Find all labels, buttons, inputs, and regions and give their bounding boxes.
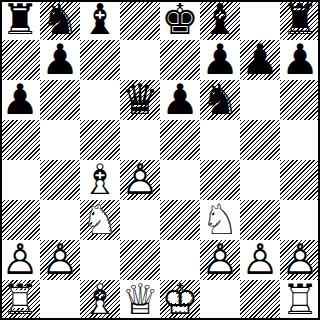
square-c7[interactable] [80, 40, 120, 80]
square-c5[interactable] [80, 120, 120, 160]
white-piece-outline: ♙ [40, 240, 80, 280]
square-c4[interactable]: ♝♗ [80, 160, 120, 200]
square-g5[interactable] [240, 120, 280, 160]
square-g2[interactable]: ♟♙ [240, 240, 280, 280]
white-rook-piece: ♜♖ [0, 280, 40, 320]
white-pawn-piece: ♟♙ [0, 240, 40, 280]
black-knight-piece: ♞ [200, 80, 240, 120]
square-g4[interactable] [240, 160, 280, 200]
square-a7[interactable] [0, 40, 40, 80]
square-g8[interactable] [240, 0, 280, 40]
square-f2[interactable]: ♟♙ [200, 240, 240, 280]
black-rook-piece: ♜ [280, 0, 320, 40]
square-h5[interactable] [280, 120, 320, 160]
square-e6[interactable]: ♟ [160, 80, 200, 120]
black-pawn-piece: ♟ [200, 40, 240, 80]
black-rook-piece: ♜ [0, 0, 40, 40]
white-piece-outline: ♘ [80, 200, 120, 240]
board-grid: ♜♞♝♚♝♜♟♟♟♟♟♛♟♞♝♗♟♙♞♘♞♘♟♙♟♙♟♙♟♙♟♙♜♖♝♗♛♕♚♔… [0, 0, 320, 320]
white-king-piece: ♚♔ [160, 280, 200, 320]
square-e3[interactable] [160, 200, 200, 240]
square-e1[interactable]: ♚♔ [160, 280, 200, 320]
square-f7[interactable]: ♟ [200, 40, 240, 80]
square-a5[interactable] [0, 120, 40, 160]
square-e2[interactable] [160, 240, 200, 280]
white-piece-outline: ♘ [200, 200, 240, 240]
black-bishop-piece: ♝ [200, 0, 240, 40]
square-g6[interactable] [240, 80, 280, 120]
black-pawn-piece: ♟ [40, 40, 80, 80]
square-h7[interactable]: ♟ [280, 40, 320, 80]
square-h8[interactable]: ♜ [280, 0, 320, 40]
square-d4[interactable]: ♟♙ [120, 160, 160, 200]
square-b7[interactable]: ♟ [40, 40, 80, 80]
square-f6[interactable]: ♞ [200, 80, 240, 120]
square-b1[interactable] [40, 280, 80, 320]
white-rook-piece: ♜♖ [280, 280, 320, 320]
white-pawn-piece: ♟♙ [40, 240, 80, 280]
square-d1[interactable]: ♛♕ [120, 280, 160, 320]
white-pawn-piece: ♟♙ [120, 160, 160, 200]
white-piece-outline: ♔ [160, 280, 200, 320]
white-pawn-piece: ♟♙ [240, 240, 280, 280]
white-pawn-piece: ♟♙ [280, 240, 320, 280]
square-c8[interactable]: ♝ [80, 0, 120, 40]
black-pawn-piece: ♟ [160, 80, 200, 120]
square-b8[interactable]: ♞ [40, 0, 80, 40]
square-h4[interactable] [280, 160, 320, 200]
square-g1[interactable] [240, 280, 280, 320]
square-f8[interactable]: ♝ [200, 0, 240, 40]
square-e7[interactable] [160, 40, 200, 80]
square-b5[interactable] [40, 120, 80, 160]
square-a2[interactable]: ♟♙ [0, 240, 40, 280]
square-d2[interactable] [120, 240, 160, 280]
square-e5[interactable] [160, 120, 200, 160]
white-piece-outline: ♙ [240, 240, 280, 280]
square-c6[interactable] [80, 80, 120, 120]
square-d8[interactable] [120, 0, 160, 40]
white-piece-outline: ♗ [80, 280, 120, 320]
square-a6[interactable]: ♟ [0, 80, 40, 120]
white-piece-outline: ♙ [280, 240, 320, 280]
white-bishop-piece: ♝♗ [80, 280, 120, 320]
white-knight-piece: ♞♘ [80, 200, 120, 240]
black-pawn-piece: ♟ [240, 40, 280, 80]
white-piece-outline: ♙ [200, 240, 240, 280]
square-b3[interactable] [40, 200, 80, 240]
square-f4[interactable] [200, 160, 240, 200]
white-piece-outline: ♕ [120, 280, 160, 320]
square-f1[interactable] [200, 280, 240, 320]
square-f5[interactable] [200, 120, 240, 160]
square-h3[interactable] [280, 200, 320, 240]
white-piece-outline: ♖ [0, 280, 40, 320]
square-c3[interactable]: ♞♘ [80, 200, 120, 240]
white-knight-piece: ♞♘ [200, 200, 240, 240]
square-h1[interactable]: ♜♖ [280, 280, 320, 320]
square-f3[interactable]: ♞♘ [200, 200, 240, 240]
square-a8[interactable]: ♜ [0, 0, 40, 40]
black-king-piece: ♚ [160, 0, 200, 40]
square-b2[interactable]: ♟♙ [40, 240, 80, 280]
square-c2[interactable] [80, 240, 120, 280]
black-pawn-piece: ♟ [280, 40, 320, 80]
white-piece-outline: ♗ [80, 160, 120, 200]
square-g7[interactable]: ♟ [240, 40, 280, 80]
square-a4[interactable] [0, 160, 40, 200]
square-b4[interactable] [40, 160, 80, 200]
square-d6[interactable]: ♛ [120, 80, 160, 120]
chess-board: ♜♞♝♚♝♜♟♟♟♟♟♛♟♞♝♗♟♙♞♘♞♘♟♙♟♙♟♙♟♙♟♙♜♖♝♗♛♕♚♔… [0, 0, 320, 320]
square-d7[interactable] [120, 40, 160, 80]
square-e4[interactable] [160, 160, 200, 200]
white-piece-outline: ♙ [0, 240, 40, 280]
white-pawn-piece: ♟♙ [200, 240, 240, 280]
black-knight-piece: ♞ [40, 0, 80, 40]
square-a1[interactable]: ♜♖ [0, 280, 40, 320]
white-queen-piece: ♛♕ [120, 280, 160, 320]
black-pawn-piece: ♟ [0, 80, 40, 120]
white-bishop-piece: ♝♗ [80, 160, 120, 200]
square-c1[interactable]: ♝♗ [80, 280, 120, 320]
black-queen-piece: ♛ [120, 80, 160, 120]
square-h2[interactable]: ♟♙ [280, 240, 320, 280]
square-h6[interactable] [280, 80, 320, 120]
square-g3[interactable] [240, 200, 280, 240]
black-bishop-piece: ♝ [80, 0, 120, 40]
white-piece-outline: ♙ [120, 160, 160, 200]
square-d5[interactable] [120, 120, 160, 160]
square-b6[interactable] [40, 80, 80, 120]
square-d3[interactable] [120, 200, 160, 240]
white-piece-outline: ♖ [280, 280, 320, 320]
square-e8[interactable]: ♚ [160, 0, 200, 40]
square-a3[interactable] [0, 200, 40, 240]
